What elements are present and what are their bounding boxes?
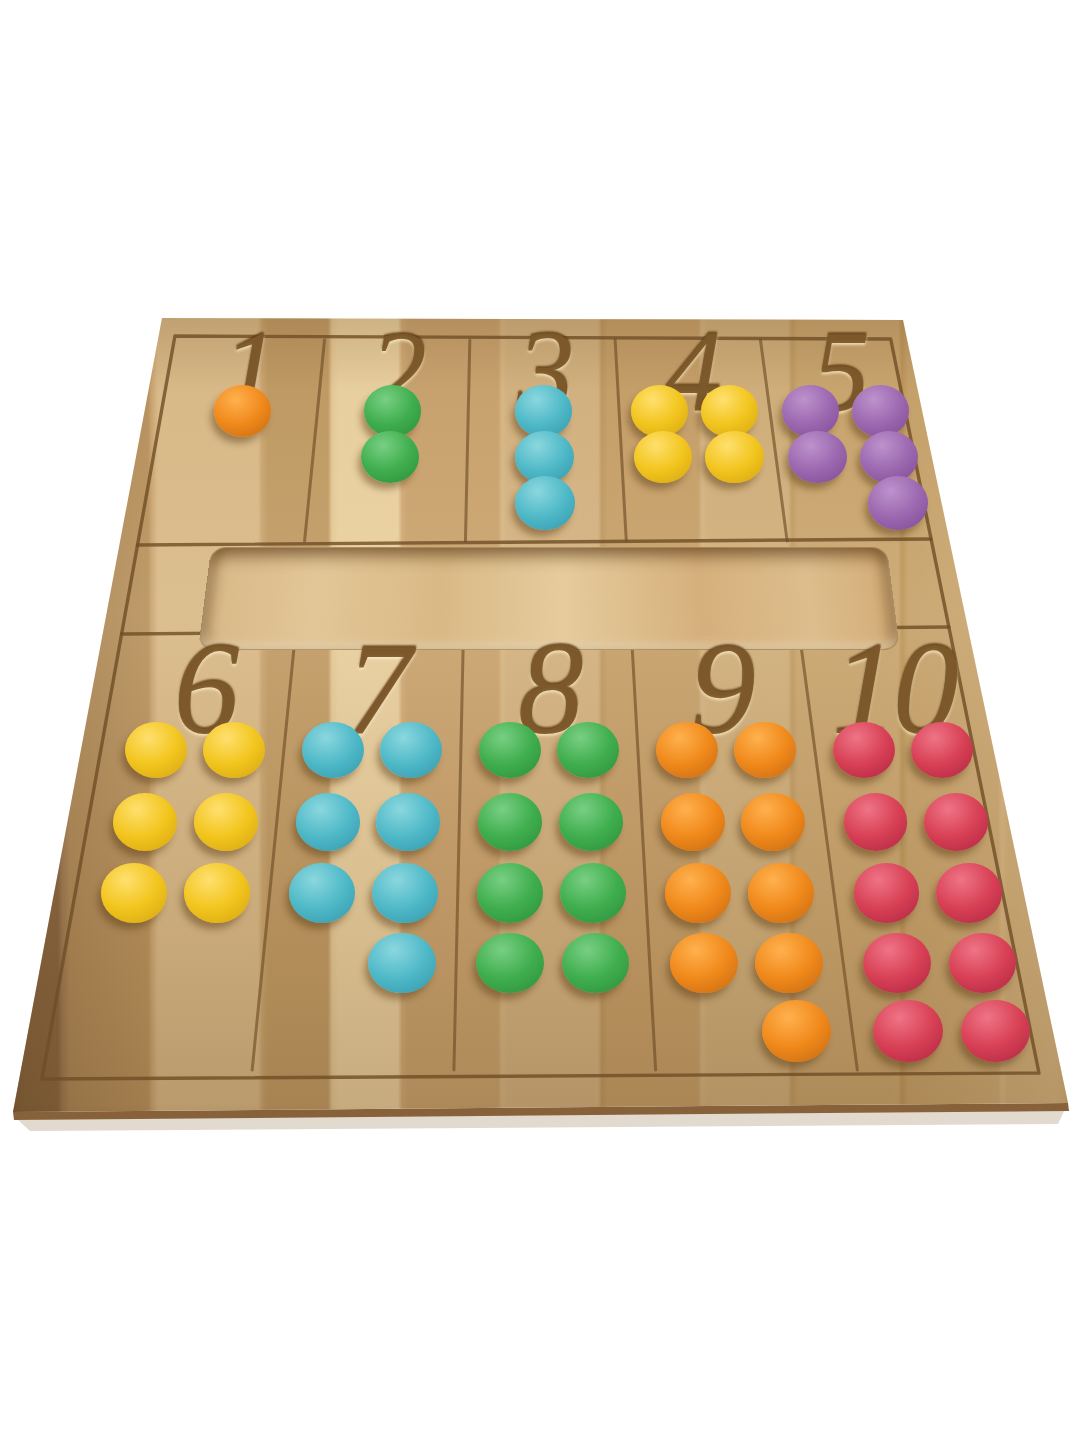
ball-storage-tray [198, 547, 900, 650]
photo-background: 12345678910 [0, 0, 1080, 1440]
